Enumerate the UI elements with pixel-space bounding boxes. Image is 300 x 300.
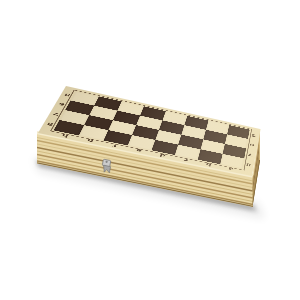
file-label-b: b (205, 162, 211, 167)
rank-label-right-5: 5 (251, 133, 256, 137)
file-label-d: d (159, 153, 166, 158)
file-label-e: e (135, 148, 142, 153)
file-label-h: h (61, 133, 69, 138)
rank-label-right-8: 8 (246, 162, 252, 166)
rank-label-right-7: 7 (248, 152, 253, 156)
file-label-c: c (183, 158, 189, 162)
file-label-g: g (86, 138, 94, 143)
rank-label-right-6: 6 (249, 143, 254, 147)
chess-box-scene: hgfedcba55667788 (0, 0, 300, 300)
product-photo: hgfedcba55667788 (0, 0, 300, 300)
file-label-a: a (228, 167, 234, 172)
file-label-f: f (112, 143, 117, 147)
